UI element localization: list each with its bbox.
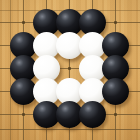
empty-intersection[interactable] [108,107,122,121]
empty-intersection[interactable] [16,107,30,121]
empty-intersection[interactable] [62,61,76,75]
grid-line-horizontal-edge [0,129,140,130]
black-stone[interactable] [102,78,129,105]
go-board[interactable] [0,0,140,140]
empty-intersection[interactable] [16,15,30,29]
empty-intersection[interactable] [108,15,122,29]
black-stone[interactable] [79,101,106,128]
